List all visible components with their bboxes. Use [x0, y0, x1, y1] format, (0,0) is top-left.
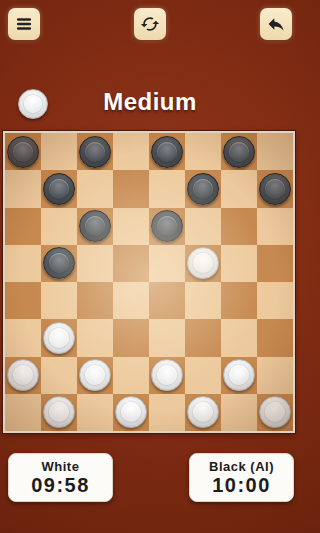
square-r4c1[interactable] [41, 282, 77, 319]
square-r0c6[interactable] [221, 133, 257, 170]
difficulty-title: Medium [0, 88, 300, 116]
square-r1c0[interactable] [5, 170, 41, 207]
black-clock-time: 10:00 [212, 474, 271, 496]
square-r5c3[interactable] [113, 319, 149, 356]
square-r7c3[interactable] [113, 394, 149, 431]
restart-icon [140, 14, 160, 34]
undo-button[interactable] [260, 8, 292, 40]
black-piece[interactable] [151, 210, 183, 242]
square-r6c5[interactable] [185, 357, 221, 394]
white-piece[interactable] [259, 396, 291, 428]
black-piece[interactable] [79, 136, 111, 168]
square-r3c0[interactable] [5, 245, 41, 282]
square-r2c5[interactable] [185, 208, 221, 245]
black-piece[interactable] [259, 173, 291, 205]
square-r2c4[interactable] [149, 208, 185, 245]
black-clock: Black (AI) 10:00 [189, 453, 294, 502]
undo-icon [266, 14, 286, 34]
square-r4c6[interactable] [221, 282, 257, 319]
square-r2c1[interactable] [41, 208, 77, 245]
square-r3c1[interactable] [41, 245, 77, 282]
white-clock: White 09:58 [8, 453, 113, 502]
square-r1c4[interactable] [149, 170, 185, 207]
square-r2c7[interactable] [257, 208, 293, 245]
square-r7c1[interactable] [41, 394, 77, 431]
square-r2c6[interactable] [221, 208, 257, 245]
black-clock-label: Black (AI) [209, 459, 274, 474]
square-r3c5[interactable] [185, 245, 221, 282]
square-r0c7[interactable] [257, 133, 293, 170]
white-piece[interactable] [79, 359, 111, 391]
square-r0c1[interactable] [41, 133, 77, 170]
black-piece[interactable] [223, 136, 255, 168]
square-r4c7[interactable] [257, 282, 293, 319]
square-r5c0[interactable] [5, 319, 41, 356]
square-r4c0[interactable] [5, 282, 41, 319]
black-piece[interactable] [7, 136, 39, 168]
white-clock-label: White [42, 459, 80, 474]
square-r5c5[interactable] [185, 319, 221, 356]
square-r0c0[interactable] [5, 133, 41, 170]
white-piece[interactable] [151, 359, 183, 391]
square-r6c4[interactable] [149, 357, 185, 394]
square-r5c1[interactable] [41, 319, 77, 356]
checkers-board [3, 131, 295, 433]
square-r0c2[interactable] [77, 133, 113, 170]
square-r4c3[interactable] [113, 282, 149, 319]
square-r1c1[interactable] [41, 170, 77, 207]
black-piece[interactable] [79, 210, 111, 242]
square-r3c2[interactable] [77, 245, 113, 282]
square-r6c3[interactable] [113, 357, 149, 394]
square-r3c7[interactable] [257, 245, 293, 282]
square-r4c5[interactable] [185, 282, 221, 319]
black-piece[interactable] [43, 247, 75, 279]
square-r4c4[interactable] [149, 282, 185, 319]
white-piece[interactable] [223, 359, 255, 391]
square-r0c3[interactable] [113, 133, 149, 170]
square-r5c2[interactable] [77, 319, 113, 356]
black-piece[interactable] [187, 173, 219, 205]
white-piece[interactable] [187, 247, 219, 279]
square-r3c3[interactable] [113, 245, 149, 282]
square-r7c5[interactable] [185, 394, 221, 431]
white-piece[interactable] [43, 322, 75, 354]
restart-button[interactable] [134, 8, 166, 40]
square-r7c2[interactable] [77, 394, 113, 431]
square-r6c1[interactable] [41, 357, 77, 394]
square-r5c4[interactable] [149, 319, 185, 356]
square-r2c3[interactable] [113, 208, 149, 245]
white-clock-time: 09:58 [31, 474, 90, 496]
square-r1c2[interactable] [77, 170, 113, 207]
square-r1c5[interactable] [185, 170, 221, 207]
white-piece[interactable] [187, 396, 219, 428]
white-piece[interactable] [115, 396, 147, 428]
square-r3c6[interactable] [221, 245, 257, 282]
menu-icon [15, 15, 33, 33]
menu-button[interactable] [8, 8, 40, 40]
square-r6c2[interactable] [77, 357, 113, 394]
white-piece[interactable] [43, 396, 75, 428]
square-r1c7[interactable] [257, 170, 293, 207]
black-piece[interactable] [151, 136, 183, 168]
square-r2c2[interactable] [77, 208, 113, 245]
square-r7c7[interactable] [257, 394, 293, 431]
square-r5c7[interactable] [257, 319, 293, 356]
square-r0c5[interactable] [185, 133, 221, 170]
square-r6c0[interactable] [5, 357, 41, 394]
square-r6c7[interactable] [257, 357, 293, 394]
white-piece[interactable] [7, 359, 39, 391]
square-r6c6[interactable] [221, 357, 257, 394]
square-r7c0[interactable] [5, 394, 41, 431]
square-r3c4[interactable] [149, 245, 185, 282]
square-r7c6[interactable] [221, 394, 257, 431]
square-r4c2[interactable] [77, 282, 113, 319]
black-piece[interactable] [43, 173, 75, 205]
square-r1c6[interactable] [221, 170, 257, 207]
square-r1c3[interactable] [113, 170, 149, 207]
square-r5c6[interactable] [221, 319, 257, 356]
square-r7c4[interactable] [149, 394, 185, 431]
square-r2c0[interactable] [5, 208, 41, 245]
square-r0c4[interactable] [149, 133, 185, 170]
board-grid [5, 133, 293, 431]
